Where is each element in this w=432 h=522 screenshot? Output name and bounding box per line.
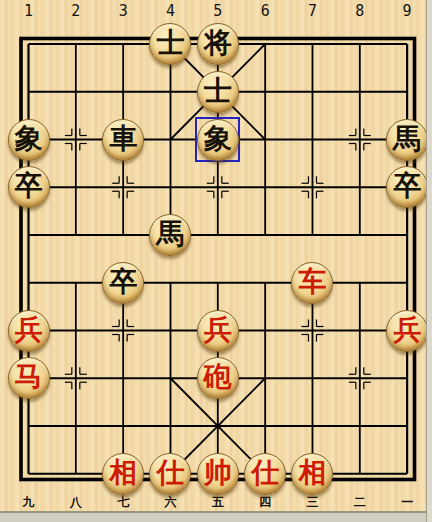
file-label-bottom-8: 二: [354, 494, 366, 511]
piece-glyph: 象: [204, 125, 232, 153]
file-label-top-4: 4: [166, 2, 175, 20]
panel-bevel-right: [426, 0, 432, 522]
piece-red-advisor[interactable]: 仕: [149, 453, 191, 495]
piece-black-advisor[interactable]: 士: [197, 71, 239, 113]
piece-red-chariot[interactable]: 车: [291, 262, 333, 304]
piece-red-elephant[interactable]: 相: [102, 453, 144, 495]
file-label-bottom-2: 八: [70, 494, 82, 511]
file-label-top-7: 7: [308, 2, 317, 20]
piece-black-chariot[interactable]: 車: [102, 119, 144, 161]
piece-black-soldier[interactable]: 卒: [102, 262, 144, 304]
file-label-top-1: 1: [24, 2, 33, 20]
piece-glyph: 仕: [251, 459, 279, 487]
file-label-top-8: 8: [355, 2, 364, 20]
piece-red-horse[interactable]: 马: [8, 357, 50, 399]
piece-glyph: 仕: [156, 459, 184, 487]
piece-glyph: 卒: [109, 268, 137, 296]
file-label-top-3: 3: [119, 2, 128, 20]
piece-red-soldier[interactable]: 兵: [197, 310, 239, 352]
piece-glyph: 将: [204, 29, 232, 57]
piece-glyph: 士: [204, 77, 232, 105]
file-label-top-2: 2: [71, 2, 80, 20]
piece-glyph: 兵: [15, 316, 43, 344]
piece-glyph: 兵: [204, 316, 232, 344]
piece-black-horse[interactable]: 馬: [386, 119, 428, 161]
file-label-top-9: 9: [403, 2, 412, 20]
piece-red-advisor[interactable]: 仕: [244, 453, 286, 495]
xiangqi-board: 123456789 九八七六五四三二一 士将士象車象馬卒卒馬卒车兵兵兵马砲相仕帅…: [0, 0, 432, 522]
piece-glyph: 相: [298, 459, 326, 487]
file-label-bottom-1: 九: [23, 494, 35, 511]
piece-glyph: 卒: [15, 172, 43, 200]
piece-red-soldier[interactable]: 兵: [386, 310, 428, 352]
piece-black-elephant[interactable]: 象: [197, 119, 239, 161]
file-label-top-6: 6: [261, 2, 270, 20]
piece-glyph: 马: [15, 363, 43, 391]
piece-glyph: 相: [109, 459, 137, 487]
piece-glyph: 兵: [393, 316, 421, 344]
piece-glyph: 车: [298, 268, 326, 296]
piece-glyph: 士: [156, 29, 184, 57]
file-label-bottom-6: 四: [259, 494, 271, 511]
file-label-top-5: 5: [213, 2, 222, 20]
piece-glyph: 馬: [156, 220, 184, 248]
piece-black-general[interactable]: 将: [197, 23, 239, 65]
file-label-bottom-3: 七: [117, 494, 129, 511]
file-label-bottom-9: 一: [401, 494, 413, 511]
piece-black-soldier[interactable]: 卒: [8, 166, 50, 208]
piece-glyph: 象: [15, 125, 43, 153]
piece-glyph: 馬: [393, 125, 421, 153]
piece-glyph: 帅: [204, 459, 232, 487]
piece-glyph: 砲: [204, 363, 232, 391]
piece-red-general[interactable]: 帅: [197, 453, 239, 495]
piece-black-elephant[interactable]: 象: [8, 119, 50, 161]
piece-red-soldier[interactable]: 兵: [8, 310, 50, 352]
piece-red-cannon[interactable]: 砲: [197, 357, 239, 399]
piece-red-elephant[interactable]: 相: [291, 453, 333, 495]
piece-glyph: 卒: [393, 172, 421, 200]
file-label-bottom-5: 五: [212, 494, 224, 511]
file-label-bottom-4: 六: [164, 494, 176, 511]
file-label-bottom-7: 三: [306, 494, 318, 511]
panel-bevel-bottom: [0, 511, 432, 522]
piece-glyph: 車: [109, 125, 137, 153]
